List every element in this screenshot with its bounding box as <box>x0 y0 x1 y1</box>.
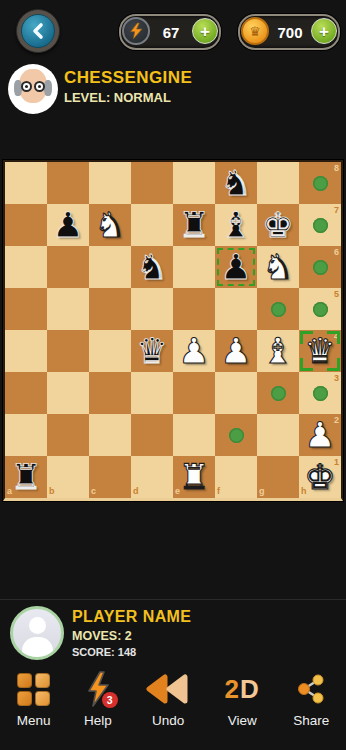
square-d2[interactable] <box>131 414 173 456</box>
move-dot[interactable] <box>313 260 328 275</box>
undo-arrows-icon <box>145 670 191 708</box>
square-e5[interactable] <box>173 288 215 330</box>
coins-pill: ♛ 700 + <box>238 14 340 50</box>
share-button[interactable]: Share <box>293 670 329 728</box>
square-g5[interactable] <box>257 288 299 330</box>
square-f6[interactable]: ♟ <box>215 246 257 288</box>
square-c6[interactable] <box>89 246 131 288</box>
square-d5[interactable] <box>131 288 173 330</box>
help-label: Help <box>84 713 112 728</box>
piece-white-rook[interactable]: ♜ <box>173 456 215 498</box>
player-avatar <box>10 606 64 660</box>
menu-button[interactable]: Menu <box>17 670 51 728</box>
square-f7[interactable]: ♝ <box>215 204 257 246</box>
rank-label-3: 3 <box>334 374 339 383</box>
help-button[interactable]: 3 Help <box>84 670 112 728</box>
back-chevron-icon <box>21 14 55 48</box>
energy-value: 67 <box>149 16 193 48</box>
move-dot[interactable] <box>229 428 244 443</box>
square-g2[interactable] <box>257 414 299 456</box>
square-c5[interactable] <box>89 288 131 330</box>
square-b7[interactable]: ♟ <box>47 204 89 246</box>
menu-label: Menu <box>17 713 51 728</box>
square-c8[interactable] <box>89 162 131 204</box>
player-name: PLAYER NAME <box>72 608 191 626</box>
piece-black-rook[interactable]: ♜ <box>5 456 47 498</box>
move-dot[interactable] <box>313 302 328 317</box>
square-h8[interactable]: 8 <box>299 162 341 204</box>
move-dot[interactable] <box>313 176 328 191</box>
coins-value: 700 <box>268 16 312 48</box>
square-h3[interactable]: 3 <box>299 372 341 414</box>
energy-bolt-icon <box>122 17 150 45</box>
square-e4[interactable]: ♟ <box>173 330 215 372</box>
move-dot[interactable] <box>271 302 286 317</box>
square-c3[interactable] <box>89 372 131 414</box>
square-c7[interactable]: ♞ <box>89 204 131 246</box>
square-c1[interactable]: c <box>89 456 131 498</box>
player-score: SCORE: 148 <box>72 646 136 658</box>
player-moves: MOVES: 2 <box>72 629 132 643</box>
rank-label-8: 8 <box>334 164 339 173</box>
square-e1[interactable]: ♜e <box>173 456 215 498</box>
square-a4[interactable] <box>5 330 47 372</box>
back-button[interactable] <box>16 9 60 53</box>
square-b2[interactable] <box>47 414 89 456</box>
square-e3[interactable] <box>173 372 215 414</box>
move-dot[interactable] <box>313 386 328 401</box>
piece-black-bishop[interactable]: ♝ <box>215 204 257 246</box>
undo-label: Undo <box>152 713 184 728</box>
piece-black-pawn[interactable]: ♟ <box>47 204 89 246</box>
square-d7[interactable] <box>131 204 173 246</box>
share-icon <box>295 670 327 708</box>
square-c4[interactable] <box>89 330 131 372</box>
energy-add-button[interactable]: + <box>192 18 218 44</box>
bottom-toolbar: Menu 3 Help Undo 2D View <box>0 670 346 740</box>
piece-black-king[interactable]: ♚ <box>257 204 299 246</box>
piece-white-pawn[interactable]: ♟ <box>173 330 215 372</box>
square-a1[interactable]: ♜a <box>5 456 47 498</box>
piece-white-knight[interactable]: ♞ <box>89 204 131 246</box>
top-bar: 67 + ♛ 700 + <box>0 0 346 58</box>
square-a5[interactable] <box>5 288 47 330</box>
square-f2[interactable] <box>215 414 257 456</box>
piece-white-king[interactable]: ♚ <box>299 456 341 498</box>
square-d8[interactable] <box>131 162 173 204</box>
square-b8[interactable] <box>47 162 89 204</box>
square-a8[interactable] <box>5 162 47 204</box>
square-e8[interactable] <box>173 162 215 204</box>
file-label-b: b <box>49 487 55 496</box>
square-g1[interactable]: g <box>257 456 299 498</box>
square-h5[interactable]: 5 <box>299 288 341 330</box>
rank-label-7: 7 <box>334 206 339 215</box>
square-d6[interactable]: ♞ <box>131 246 173 288</box>
player-info: PLAYER NAME MOVES: 2 SCORE: 148 <box>0 599 346 666</box>
opponent-level: LEVEL: NORMAL <box>64 90 171 105</box>
selection-corner <box>327 331 340 344</box>
square-a6[interactable] <box>5 246 47 288</box>
help-badge: 3 <box>102 692 118 708</box>
selection-corner <box>300 331 313 344</box>
view-label: View <box>228 713 257 728</box>
square-d1[interactable]: d <box>131 456 173 498</box>
square-f8[interactable]: ♞ <box>215 162 257 204</box>
undo-button[interactable]: Undo <box>145 670 191 728</box>
rank-label-5: 5 <box>334 290 339 299</box>
piece-white-pawn[interactable]: ♟ <box>299 414 341 456</box>
square-h1[interactable]: ♚1h <box>299 456 341 498</box>
move-dot[interactable] <box>271 386 286 401</box>
square-a3[interactable] <box>5 372 47 414</box>
square-b4[interactable] <box>47 330 89 372</box>
move-dot[interactable] <box>313 218 328 233</box>
piece-white-bishop[interactable]: ♝ <box>257 330 299 372</box>
view-2d-button[interactable]: 2D View <box>225 670 260 728</box>
share-label: Share <box>293 713 329 728</box>
file-label-c: c <box>91 487 96 496</box>
piece-white-pawn[interactable]: ♟ <box>215 330 257 372</box>
square-a7[interactable] <box>5 204 47 246</box>
opponent-name: CHESSENGINE <box>64 68 192 88</box>
menu-grid-icon <box>17 670 50 708</box>
energy-pill: 67 + <box>119 14 221 50</box>
file-label-f: f <box>217 487 220 496</box>
square-h7[interactable]: 7 <box>299 204 341 246</box>
piece-black-pawn[interactable]: ♟ <box>215 246 257 288</box>
square-b3[interactable] <box>47 372 89 414</box>
square-d4[interactable]: ♛ <box>131 330 173 372</box>
square-f4[interactable]: ♟ <box>215 330 257 372</box>
square-h6[interactable]: 6 <box>299 246 341 288</box>
square-b6[interactable] <box>47 246 89 288</box>
square-f1[interactable]: f <box>215 456 257 498</box>
square-e7[interactable]: ♜ <box>173 204 215 246</box>
piece-black-queen[interactable]: ♛ <box>131 330 173 372</box>
piece-white-knight[interactable]: ♞ <box>257 246 299 288</box>
square-g6[interactable]: ♞ <box>257 246 299 288</box>
square-g8[interactable] <box>257 162 299 204</box>
square-g3[interactable] <box>257 372 299 414</box>
help-bolt-icon: 3 <box>85 670 111 708</box>
piece-black-rook[interactable]: ♜ <box>173 204 215 246</box>
square-c2[interactable] <box>89 414 131 456</box>
piece-black-knight[interactable]: ♞ <box>215 162 257 204</box>
opponent-info: CHESSENGINE LEVEL: NORMAL <box>0 62 346 118</box>
square-b5[interactable] <box>47 288 89 330</box>
selection-corner <box>300 358 313 371</box>
square-d3[interactable] <box>131 372 173 414</box>
coins-add-button[interactable]: + <box>311 18 337 44</box>
piece-black-knight[interactable]: ♞ <box>131 246 173 288</box>
coin-icon: ♛ <box>241 17 269 45</box>
square-f3[interactable] <box>215 372 257 414</box>
opponent-avatar <box>8 64 58 114</box>
square-g4[interactable]: ♝ <box>257 330 299 372</box>
square-e2[interactable] <box>173 414 215 456</box>
square-g7[interactable]: ♚ <box>257 204 299 246</box>
square-f5[interactable] <box>215 288 257 330</box>
view-2d-icon: 2D <box>225 670 260 708</box>
square-b1[interactable]: b <box>47 456 89 498</box>
chess-board[interactable]: ♞8♟♞♜♝♚7♞♟♞65♛♟♟♝♛43♟2♜abcd♜efg♚1h <box>3 160 343 501</box>
selection-corner <box>327 358 340 371</box>
rank-label-6: 6 <box>334 248 339 257</box>
square-h4[interactable]: ♛4 <box>299 330 341 372</box>
square-h2[interactable]: ♟2 <box>299 414 341 456</box>
square-e6[interactable] <box>173 246 215 288</box>
square-a2[interactable] <box>5 414 47 456</box>
file-label-g: g <box>259 487 265 496</box>
file-label-d: d <box>133 487 139 496</box>
